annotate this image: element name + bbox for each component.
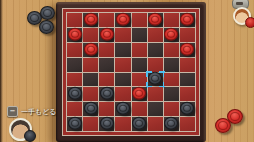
board-square[interactable] — [83, 28, 98, 42]
board-square[interactable] — [132, 13, 147, 27]
board-square[interactable] — [99, 58, 114, 72]
black-piece[interactable] — [164, 117, 178, 130]
board-square[interactable] — [164, 13, 179, 27]
board-square[interactable] — [180, 117, 195, 131]
screen-edge-shadow — [0, 0, 3, 142]
red-piece[interactable] — [68, 28, 82, 41]
board-square[interactable] — [99, 43, 114, 57]
black-piece[interactable] — [180, 102, 194, 115]
checkers-board-surface — [62, 8, 200, 136]
board-square[interactable] — [99, 13, 114, 27]
board-square[interactable] — [148, 43, 163, 57]
board-square[interactable] — [132, 87, 147, 101]
board-square[interactable] — [148, 58, 163, 72]
board-square[interactable] — [67, 58, 82, 72]
minus-button-icon[interactable]: − — [7, 106, 18, 117]
board-square[interactable] — [83, 117, 98, 131]
red-piece[interactable] — [100, 28, 114, 41]
board-square[interactable] — [83, 102, 98, 116]
black-piece[interactable] — [100, 87, 114, 100]
black-piece[interactable] — [132, 117, 146, 130]
board-square[interactable] — [67, 87, 82, 101]
board-square[interactable] — [115, 117, 130, 131]
black-piece[interactable] — [68, 87, 82, 100]
board-square[interactable] — [115, 13, 130, 27]
undo-move-label: 一手もどる — [21, 107, 57, 117]
board-square[interactable] — [132, 43, 147, 57]
board-square[interactable] — [83, 58, 98, 72]
black-piece[interactable] — [68, 117, 82, 130]
game-screen: − 一手もどる — [0, 0, 254, 142]
board-square[interactable] — [164, 117, 179, 131]
board-square[interactable] — [99, 28, 114, 42]
board-square[interactable] — [67, 73, 82, 87]
board-square[interactable] — [148, 117, 163, 131]
board-square[interactable] — [83, 73, 98, 87]
board-square[interactable] — [83, 13, 98, 27]
board-square[interactable] — [180, 28, 195, 42]
undo-move-hint[interactable]: − 一手もどる — [7, 106, 57, 117]
board-square[interactable] — [115, 28, 130, 42]
board-square[interactable] — [180, 58, 195, 72]
board-square[interactable] — [164, 58, 179, 72]
board-square[interactable] — [67, 102, 82, 116]
red-piece-color-indicator-icon — [245, 17, 254, 28]
board-square[interactable] — [132, 73, 147, 87]
board-square[interactable] — [83, 87, 98, 101]
board-square[interactable] — [132, 58, 147, 72]
red-piece[interactable] — [180, 42, 194, 55]
board-square[interactable] — [115, 43, 130, 57]
board-square[interactable] — [148, 28, 163, 42]
board-square[interactable] — [132, 102, 147, 116]
board-square[interactable] — [99, 73, 114, 87]
black-piece[interactable] — [116, 102, 130, 115]
board-square[interactable] — [99, 102, 114, 116]
board-square[interactable] — [164, 28, 179, 42]
red-piece[interactable] — [84, 42, 98, 55]
board-square[interactable] — [180, 87, 195, 101]
board-square[interactable] — [115, 73, 130, 87]
board-square[interactable] — [67, 117, 82, 131]
board-square[interactable] — [115, 58, 130, 72]
board-square[interactable] — [67, 43, 82, 57]
black-piece[interactable] — [84, 102, 98, 115]
board-square[interactable] — [164, 102, 179, 116]
board-square[interactable] — [67, 28, 82, 42]
board-square[interactable] — [99, 87, 114, 101]
board-square[interactable] — [164, 43, 179, 57]
board-square[interactable] — [83, 43, 98, 57]
red-piece[interactable] — [148, 13, 162, 26]
black-piece-color-indicator-icon — [24, 130, 36, 142]
board-square[interactable] — [115, 102, 130, 116]
red-piece[interactable] — [116, 13, 130, 26]
board-square[interactable] — [164, 87, 179, 101]
captured-red-piece — [215, 118, 231, 133]
board-square[interactable] — [164, 73, 179, 87]
board-square[interactable] — [148, 102, 163, 116]
captured-black-piece — [39, 20, 54, 34]
checkers-board-grid — [66, 12, 196, 132]
captured-black-piece — [40, 6, 55, 20]
board-square[interactable] — [132, 28, 147, 42]
black-piece[interactable] — [100, 117, 114, 130]
board-square[interactable] — [99, 117, 114, 131]
red-piece[interactable] — [164, 28, 178, 41]
board-square[interactable] — [67, 13, 82, 27]
board-square[interactable] — [148, 73, 163, 87]
board-square[interactable] — [180, 73, 195, 87]
board-square[interactable] — [180, 102, 195, 116]
red-piece[interactable] — [180, 13, 194, 26]
red-piece[interactable] — [132, 87, 146, 100]
board-square[interactable] — [180, 43, 195, 57]
board-square[interactable] — [132, 117, 147, 131]
board-square[interactable] — [148, 13, 163, 27]
black-piece[interactable] — [148, 72, 162, 85]
red-piece[interactable] — [84, 13, 98, 26]
board-square[interactable] — [148, 87, 163, 101]
board-square[interactable] — [180, 13, 195, 27]
board-square[interactable] — [115, 87, 130, 101]
checkers-board-frame — [56, 2, 206, 142]
